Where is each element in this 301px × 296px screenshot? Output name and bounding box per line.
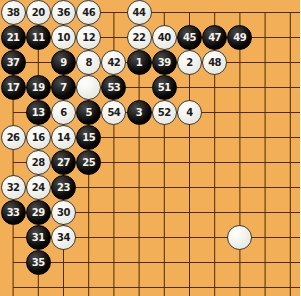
stone-black-move-21: 21: [1, 25, 26, 50]
board-point[interactable]: [177, 225, 202, 250]
board-point[interactable]: 47: [202, 25, 227, 50]
move-number: 27: [57, 158, 70, 168]
board-point[interactable]: 22: [126, 25, 151, 50]
board-point[interactable]: [152, 250, 177, 275]
board-point[interactable]: 54: [101, 100, 126, 125]
board-point[interactable]: [278, 75, 300, 100]
board-point[interactable]: [1, 150, 26, 175]
board-point[interactable]: 45: [177, 25, 202, 50]
board-point[interactable]: 42: [101, 50, 126, 75]
move-number: 35: [32, 258, 45, 268]
board-point[interactable]: [278, 275, 300, 296]
stone-white-move-20: 20: [26, 0, 51, 25]
move-number: 16: [32, 133, 45, 143]
board-point[interactable]: [1, 100, 26, 125]
move-number: 32: [7, 183, 20, 193]
stone-black-move-19: 19: [26, 75, 51, 100]
stone-white-move-22: 22: [127, 25, 152, 50]
go-board-diagram: 3820364644211110122240454749379842139248…: [0, 0, 300, 296]
board-point[interactable]: [252, 225, 277, 250]
board-point[interactable]: 49: [227, 25, 252, 50]
board-point[interactable]: [26, 50, 51, 75]
move-number: 22: [133, 33, 146, 43]
board-point[interactable]: 15: [76, 125, 101, 150]
stone-white-move-12: 12: [76, 25, 101, 50]
board-point[interactable]: [227, 75, 252, 100]
move-number: 39: [158, 58, 171, 68]
move-number: 19: [32, 83, 45, 93]
board-point[interactable]: [202, 100, 227, 125]
board-point[interactable]: [126, 75, 151, 100]
board-point[interactable]: [278, 200, 300, 225]
board-point[interactable]: 20: [26, 0, 51, 25]
board-point[interactable]: [1, 250, 26, 275]
stone-black-move-37: 37: [1, 50, 26, 75]
board-point[interactable]: [278, 225, 300, 250]
board-point[interactable]: 16: [26, 125, 51, 150]
move-number: 12: [82, 33, 95, 43]
board-point[interactable]: [252, 150, 277, 175]
board-point[interactable]: 32: [1, 175, 26, 200]
board-point[interactable]: [177, 250, 202, 275]
board-point[interactable]: [126, 275, 151, 296]
board-point[interactable]: [202, 0, 227, 25]
board-point[interactable]: [76, 200, 101, 225]
move-number: 52: [158, 108, 171, 118]
move-number: 30: [57, 208, 70, 218]
board-point[interactable]: 5: [76, 100, 101, 125]
board-point[interactable]: 53: [101, 75, 126, 100]
stone-white-move-44: 44: [127, 0, 152, 25]
board-point[interactable]: [227, 50, 252, 75]
board-point[interactable]: [278, 0, 300, 25]
stone-black-move-15: 15: [76, 125, 101, 150]
board-point[interactable]: [76, 275, 101, 296]
board-cells: 3820364644211110122240454749379842139248…: [1, 0, 301, 296]
board-point[interactable]: [76, 250, 101, 275]
move-number: 15: [82, 133, 95, 143]
move-number: 33: [7, 208, 20, 218]
board-point[interactable]: 21: [1, 25, 26, 50]
stone-black-move-51: 51: [152, 75, 177, 100]
board-point[interactable]: [126, 125, 151, 150]
board-point[interactable]: [202, 125, 227, 150]
move-number: 9: [60, 58, 66, 68]
board-point[interactable]: 39: [152, 50, 177, 75]
board-point[interactable]: [227, 150, 252, 175]
board-point[interactable]: 34: [51, 225, 76, 250]
stone-black-move-47: 47: [202, 25, 227, 50]
move-number: 51: [158, 83, 171, 93]
board-point[interactable]: [278, 250, 300, 275]
board-point[interactable]: 44: [126, 0, 151, 25]
board-point[interactable]: [252, 125, 277, 150]
board-point[interactable]: 10: [51, 25, 76, 50]
board-point[interactable]: [252, 0, 277, 25]
board-point[interactable]: [202, 225, 227, 250]
move-number: 38: [7, 8, 20, 18]
stone-black-move-39: 39: [152, 50, 177, 75]
stone-black-move-45: 45: [177, 25, 202, 50]
stone-black-move-33: 33: [1, 200, 26, 225]
move-number: 42: [107, 58, 120, 68]
board-point[interactable]: [152, 225, 177, 250]
board-point[interactable]: [152, 275, 177, 296]
stone-black-move-35: 35: [26, 250, 51, 275]
board-point[interactable]: [1, 225, 26, 250]
stone-white-move-24: 24: [26, 175, 51, 200]
stone-black-move-7: 7: [51, 75, 76, 100]
stone-white-move-14: 14: [51, 125, 76, 150]
stone-white-move-34: 34: [51, 225, 76, 250]
board-point[interactable]: [177, 150, 202, 175]
board-point[interactable]: [126, 200, 151, 225]
move-number: 29: [32, 208, 45, 218]
board-point[interactable]: [227, 275, 252, 296]
move-number: 17: [7, 83, 20, 93]
move-number: 10: [57, 33, 70, 43]
board-point[interactable]: 52: [152, 100, 177, 125]
board-point[interactable]: [152, 175, 177, 200]
board-point[interactable]: [26, 275, 51, 296]
board-point[interactable]: [152, 0, 177, 25]
board-point[interactable]: [252, 25, 277, 50]
board-point[interactable]: [227, 250, 252, 275]
move-number: 36: [57, 8, 70, 18]
board-point[interactable]: [278, 150, 300, 175]
board-point[interactable]: [101, 125, 126, 150]
board-point[interactable]: 28: [26, 150, 51, 175]
board-point[interactable]: [101, 175, 126, 200]
move-number: 11: [32, 33, 45, 43]
board-point[interactable]: [177, 175, 202, 200]
stone-white-move-16: 16: [26, 125, 51, 150]
board-point[interactable]: [252, 100, 277, 125]
stone-black-move-27: 27: [51, 150, 76, 175]
board-point[interactable]: 26: [1, 125, 26, 150]
board-point[interactable]: [152, 125, 177, 150]
move-number: 48: [208, 58, 221, 68]
stone-black-move-11: 11: [26, 25, 51, 50]
stone-black-move-3: 3: [127, 100, 152, 125]
board-point[interactable]: [51, 275, 76, 296]
board-point[interactable]: 11: [26, 25, 51, 50]
move-number: 54: [107, 108, 120, 118]
stone-white-move-26: 26: [1, 125, 26, 150]
move-number: 40: [158, 33, 171, 43]
board-point[interactable]: 40: [152, 25, 177, 50]
move-number: 2: [186, 58, 192, 68]
board-point[interactable]: 35: [26, 250, 51, 275]
move-number: 26: [7, 133, 20, 143]
board-point[interactable]: [177, 75, 202, 100]
board-point[interactable]: [101, 200, 126, 225]
board-point[interactable]: [76, 175, 101, 200]
board-point[interactable]: [252, 275, 277, 296]
board-point[interactable]: 48: [202, 50, 227, 75]
move-number: 3: [136, 108, 142, 118]
move-number: 24: [32, 183, 45, 193]
board-point[interactable]: [76, 225, 101, 250]
board-point[interactable]: [227, 0, 252, 25]
board-point[interactable]: 8: [76, 50, 101, 75]
board-point[interactable]: 13: [26, 100, 51, 125]
board-point[interactable]: 17: [1, 75, 26, 100]
stone-white-move-38: 38: [1, 0, 26, 25]
stone-white-move-52: 52: [152, 100, 177, 125]
board-point[interactable]: [252, 50, 277, 75]
board-point[interactable]: 31: [26, 225, 51, 250]
board-point[interactable]: 29: [26, 200, 51, 225]
board-point[interactable]: 6: [51, 100, 76, 125]
move-number: 14: [57, 133, 70, 143]
board-point[interactable]: 2: [177, 50, 202, 75]
board-point[interactable]: [101, 225, 126, 250]
stone-black-move-31: 31: [26, 225, 51, 250]
move-number: 37: [7, 58, 20, 68]
board-point[interactable]: 3: [126, 100, 151, 125]
stone-black-move-13: 13: [26, 100, 51, 125]
move-number: 49: [233, 33, 246, 43]
board-point[interactable]: [152, 200, 177, 225]
board-point[interactable]: [202, 200, 227, 225]
move-number: 6: [60, 108, 66, 118]
board-point[interactable]: [278, 175, 300, 200]
board-point[interactable]: [252, 250, 277, 275]
board-point[interactable]: [177, 0, 202, 25]
board-point[interactable]: [227, 125, 252, 150]
move-number: 25: [82, 158, 95, 168]
board-point[interactable]: [202, 150, 227, 175]
board-point[interactable]: [177, 200, 202, 225]
board-point[interactable]: 36: [51, 0, 76, 25]
board-point[interactable]: [101, 150, 126, 175]
move-number: 34: [57, 233, 70, 243]
board-point[interactable]: [126, 225, 151, 250]
board-point[interactable]: 1: [126, 50, 151, 75]
board-point[interactable]: [51, 250, 76, 275]
board-point[interactable]: [177, 275, 202, 296]
board-point[interactable]: [252, 75, 277, 100]
move-number: 20: [32, 8, 45, 18]
stone-white-move-10: 10: [51, 25, 76, 50]
move-number: 28: [32, 158, 45, 168]
stone-black-move-29: 29: [26, 200, 51, 225]
board-point[interactable]: 7: [51, 75, 76, 100]
board-point[interactable]: [227, 225, 252, 250]
board-point[interactable]: [278, 100, 300, 125]
board-point[interactable]: [126, 150, 151, 175]
stone-white-move-4: 4: [177, 100, 202, 125]
stone-white-unnumbered: [227, 225, 252, 250]
stone-black-move-5: 5: [76, 100, 101, 125]
board-point[interactable]: 14: [51, 125, 76, 150]
move-number: 46: [82, 8, 95, 18]
move-number: 7: [60, 83, 66, 93]
board-point[interactable]: 23: [51, 175, 76, 200]
move-number: 44: [133, 8, 146, 18]
stone-white-move-28: 28: [26, 150, 51, 175]
move-number: 47: [208, 33, 221, 43]
board-point[interactable]: 25: [76, 150, 101, 175]
board-point[interactable]: [202, 275, 227, 296]
stone-white-move-54: 54: [101, 100, 126, 125]
board-point[interactable]: 27: [51, 150, 76, 175]
board-point[interactable]: [101, 0, 126, 25]
stone-black-move-17: 17: [1, 75, 26, 100]
board-point[interactable]: [177, 125, 202, 150]
move-number: 31: [32, 233, 45, 243]
move-number: 8: [85, 58, 91, 68]
board-point[interactable]: [76, 75, 101, 100]
board-point[interactable]: [202, 175, 227, 200]
board-point[interactable]: 37: [1, 50, 26, 75]
board-point[interactable]: [252, 175, 277, 200]
move-number: 4: [186, 108, 192, 118]
board-point[interactable]: [278, 125, 300, 150]
board-point[interactable]: 30: [51, 200, 76, 225]
board-point[interactable]: [278, 50, 300, 75]
board-point[interactable]: [126, 250, 151, 275]
stone-black-move-1: 1: [127, 50, 152, 75]
board-point[interactable]: [202, 75, 227, 100]
stone-black-move-23: 23: [51, 175, 76, 200]
board-point[interactable]: 24: [26, 175, 51, 200]
stone-black-move-49: 49: [227, 25, 252, 50]
board-point[interactable]: 19: [26, 75, 51, 100]
stone-white-move-30: 30: [51, 200, 76, 225]
stone-white-move-2: 2: [177, 50, 202, 75]
board-point[interactable]: [101, 250, 126, 275]
stone-white-unnumbered: [76, 75, 101, 100]
board-point[interactable]: 12: [76, 25, 101, 50]
board-point[interactable]: [101, 25, 126, 50]
board-point[interactable]: [1, 275, 26, 296]
stone-white-move-36: 36: [51, 0, 76, 25]
board-point[interactable]: [227, 175, 252, 200]
move-number: 23: [57, 183, 70, 193]
board-point[interactable]: 51: [152, 75, 177, 100]
move-number: 13: [32, 108, 45, 118]
board-point[interactable]: [152, 150, 177, 175]
board-point[interactable]: [278, 25, 300, 50]
stone-black-move-53: 53: [101, 75, 126, 100]
board-point[interactable]: 9: [51, 50, 76, 75]
board-point[interactable]: [101, 275, 126, 296]
board-point[interactable]: [126, 175, 151, 200]
move-number: 45: [183, 33, 196, 43]
stone-black-move-25: 25: [76, 150, 101, 175]
go-board[interactable]: 3820364644211110122240454749379842139248…: [0, 0, 300, 296]
move-number: 5: [85, 108, 91, 118]
stone-black-move-9: 9: [51, 50, 76, 75]
stone-white-move-6: 6: [51, 100, 76, 125]
board-point[interactable]: 38: [1, 0, 26, 25]
board-point[interactable]: [202, 250, 227, 275]
board-point[interactable]: 4: [177, 100, 202, 125]
board-point[interactable]: 46: [76, 0, 101, 25]
stone-white-move-8: 8: [76, 50, 101, 75]
move-number: 21: [7, 33, 20, 43]
board-point[interactable]: [227, 200, 252, 225]
move-number: 53: [107, 83, 120, 93]
stone-white-move-40: 40: [152, 25, 177, 50]
move-number: 1: [136, 58, 142, 68]
stone-white-move-48: 48: [202, 50, 227, 75]
board-point[interactable]: [252, 200, 277, 225]
stone-white-move-32: 32: [1, 175, 26, 200]
board-point[interactable]: 33: [1, 200, 26, 225]
board-point[interactable]: [227, 100, 252, 125]
stone-white-move-46: 46: [76, 0, 101, 25]
stone-white-move-42: 42: [101, 50, 126, 75]
